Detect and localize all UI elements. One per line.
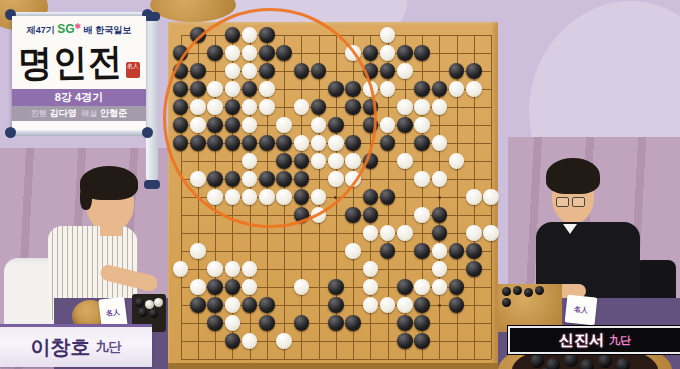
black-stone [207,297,223,313]
black-stone [414,135,430,151]
black-stone [380,135,396,151]
black-stone [363,189,379,205]
event-title: 명인전 [18,37,124,89]
black-stone [449,279,465,295]
black-stone [345,315,361,331]
broadcast-frame: 名人 名人 [0,0,680,369]
round-info-bar: 8강 4경기 [12,89,146,106]
white-stone [432,243,448,259]
scroll-side-roller [146,16,158,182]
white-stone [449,153,465,169]
white-stone [380,225,396,241]
white-stone [225,297,241,313]
white-stone [242,261,258,277]
scroll-roller-cap [144,180,160,189]
black-stone [449,297,465,313]
black-stone [414,297,430,313]
black-stone [363,45,379,61]
white-stone [363,261,379,277]
black-stone [397,333,413,349]
black-stone [294,315,310,331]
black-stone [259,315,275,331]
black-stone [432,81,448,97]
black-stone [207,315,223,331]
scroll-roller-cap [144,12,160,21]
white-stone [294,279,310,295]
white-stone [242,279,258,295]
left-player-name: 이창호 [31,334,91,361]
white-stone [276,333,292,349]
black-stone [414,315,430,331]
staff-info-bar: 진행 김다영 해설 안형준 [12,106,146,121]
annotation-circle [163,8,377,228]
white-stone [225,315,241,331]
white-stone [190,243,206,259]
white-stone [449,81,465,97]
right-player-glasses-left [556,197,569,207]
black-stone [259,297,275,313]
white-stone [380,297,396,313]
white-stone [414,207,430,223]
right-player-collar [563,224,577,234]
white-stone [414,117,430,133]
scroll-rod-cap [142,127,153,138]
black-stone [397,315,413,331]
black-stone [328,315,344,331]
white-stone [483,189,499,205]
star-point [438,196,441,199]
black-stone [380,189,396,205]
black-stone [397,45,413,61]
white-stone [363,279,379,295]
white-stone [380,45,396,61]
white-stone [414,99,430,115]
black-stone [328,279,344,295]
right-player-name: 신진서 [559,331,604,350]
white-stone [397,99,413,115]
white-stone [397,63,413,79]
left-player-nameplate: 이창호 九단 [0,324,152,367]
white-stone [432,261,448,277]
white-stone [466,225,482,241]
grid-line [181,359,492,360]
right-player-glasses-right [572,197,585,207]
scroll-rod-cap [5,127,16,138]
white-stone [380,81,396,97]
white-stone [207,261,223,277]
black-stone [380,243,396,259]
title-banner: 제47기 SG✱ 배 한국일보 명인전 名人 8강 4경기 진행 김다영 해설 … [12,16,146,130]
white-stone [242,333,258,349]
black-stone [345,207,361,223]
white-stone [190,279,206,295]
white-stone [432,279,448,295]
white-stone [363,297,379,313]
black-stone [449,243,465,259]
white-stone [466,189,482,205]
white-stone [432,99,448,115]
black-stone [414,243,430,259]
black-stone [207,279,223,295]
board-edge [168,363,498,369]
white-stone [380,117,396,133]
black-stone [190,297,206,313]
black-stone [432,207,448,223]
black-stone [225,279,241,295]
white-stone [173,261,189,277]
white-stone [225,261,241,277]
black-stone [432,225,448,241]
white-stone [414,171,430,187]
black-stone [397,117,413,133]
event-name-line: 제47기 SG✱ 배 한국일보 [12,22,146,37]
star-point [438,304,441,307]
black-stone [414,45,430,61]
white-stone [414,279,430,295]
left-player-neck [100,224,122,236]
black-stone [414,81,430,97]
black-stone [414,333,430,349]
left-player-hair-side [80,184,92,210]
white-stone [432,135,448,151]
white-stone [432,171,448,187]
white-stone [466,81,482,97]
white-stone [363,225,379,241]
right-player-hair [546,158,600,194]
black-stone [449,63,465,79]
black-stone [225,333,241,349]
white-stone [345,243,361,259]
left-player-rank: 九단 [96,338,122,356]
right-player-rank: 九단 [609,333,631,348]
black-stone [466,63,482,79]
black-stone [466,261,482,277]
white-stone [380,27,396,43]
right-side-board [498,284,562,332]
white-stone [397,297,413,313]
black-stone [242,297,258,313]
scroll-bottom-rod [10,130,148,136]
black-stone [363,207,379,223]
black-stone [397,279,413,295]
black-stone [466,243,482,259]
white-stone [397,225,413,241]
right-event-card: 名人 [565,295,598,326]
sg-star-icon: ✱ [75,22,82,31]
sg-logo: SG [57,22,74,36]
white-stone [483,225,499,241]
white-stone [397,153,413,169]
event-seal-stamp: 名人 [126,62,140,78]
black-stone [328,297,344,313]
black-stone [380,63,396,79]
right-player-nameplate: 신진서 九단 [508,326,680,354]
